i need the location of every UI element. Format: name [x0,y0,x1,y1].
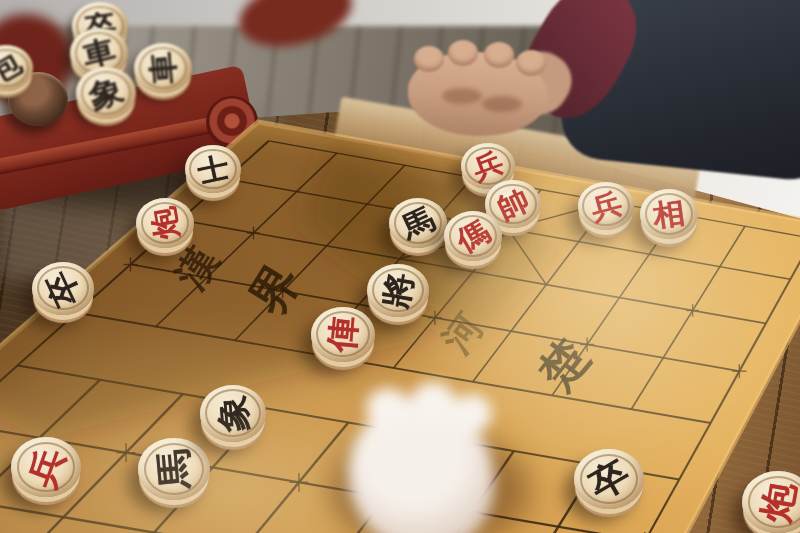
piece-character: 俥 [325,315,361,354]
piece-red-p2[interactable]: 炮 [136,198,194,248]
knuckle [410,382,456,424]
piece-black-p3[interactable]: 卒 [32,262,94,315]
piece-black-p1[interactable]: 士 [185,145,241,193]
piece-character: 炮 [756,479,799,525]
knuckle [452,394,492,432]
piece-character: 將 [379,270,417,310]
piece-character: 卒 [41,265,85,310]
piece-character: 卒 [583,454,635,505]
piece-character: 炮 [148,205,183,242]
piece-red-p12[interactable]: 俥 [311,307,375,362]
reaching-hand-blurred [348,388,498,533]
piece-character: 士 [195,152,231,186]
knuckle [366,388,410,428]
xiangqi-photo-scene: 漢界河楚 卒車車象包士炮卒兵馬象馬將兵帥傌俥兵相卒炮 [0,0,800,533]
